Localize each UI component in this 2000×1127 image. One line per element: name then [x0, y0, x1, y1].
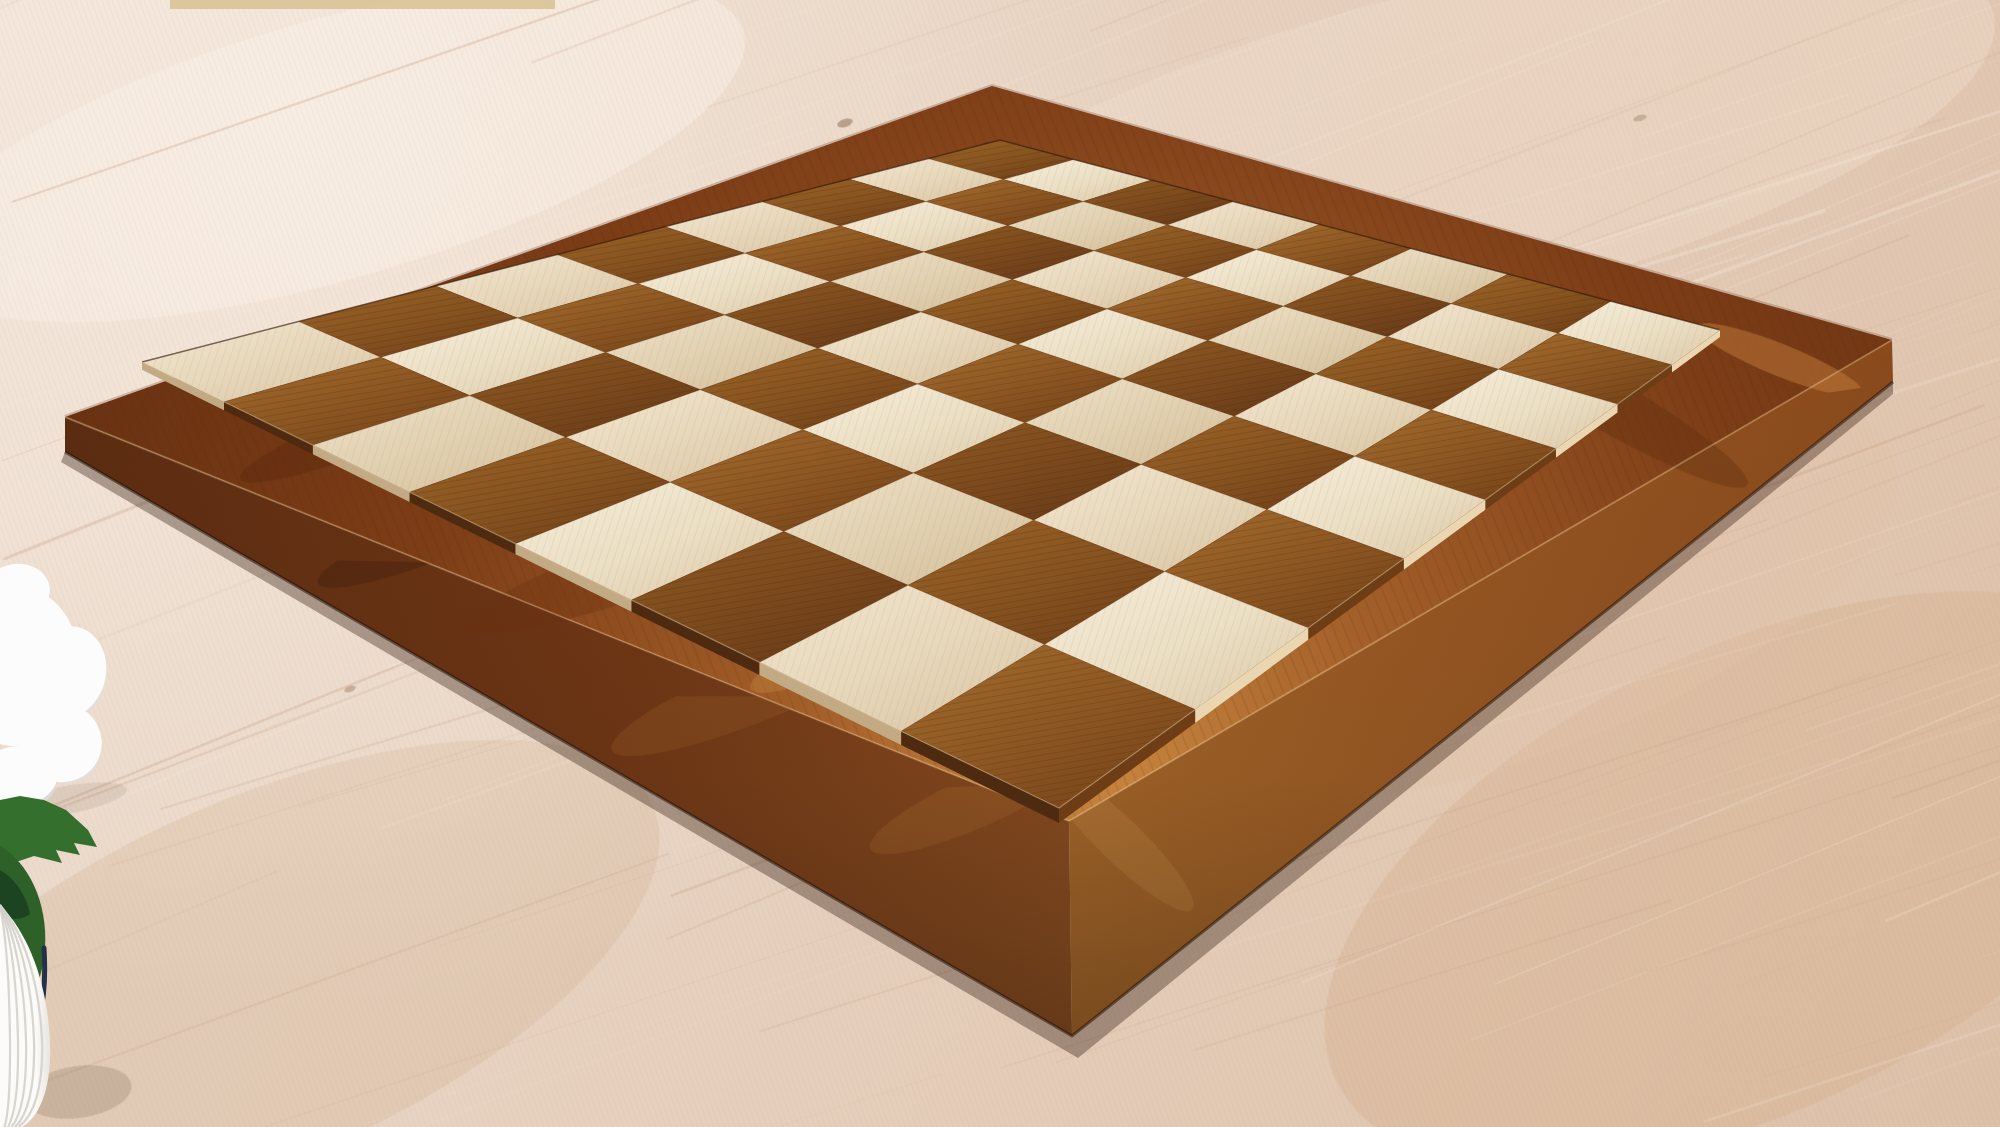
- background-object-sliver: [170, 0, 555, 9]
- scene-photo: [0, 0, 2000, 1127]
- photo-stage: [0, 0, 2000, 1127]
